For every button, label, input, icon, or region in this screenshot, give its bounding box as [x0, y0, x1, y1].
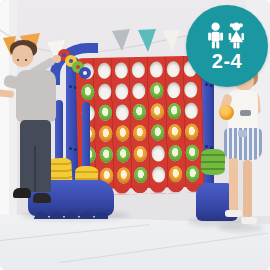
cell-r6c7: [184, 163, 202, 184]
boy-icon: [208, 22, 223, 48]
empty-hole: [116, 104, 129, 120]
cell-r1c5: [147, 59, 165, 80]
green-ring: [168, 145, 181, 161]
boy-jeans: [20, 120, 51, 192]
orange-ring: [116, 125, 129, 141]
green-ring: [151, 124, 164, 140]
cell-r5c2: [98, 144, 116, 165]
green-ring: [117, 146, 130, 162]
green-ring: [186, 165, 199, 181]
green-ring: [167, 103, 180, 119]
orange-ring: [134, 146, 147, 162]
cell-r5c4: [132, 143, 150, 164]
girl-top-bow: [240, 110, 251, 116]
girl-orange-ring: [219, 105, 234, 120]
cell-r3c7: [182, 100, 200, 121]
cell-r3c5: [148, 101, 166, 122]
players-badge: 2-4: [186, 5, 268, 87]
empty-hole: [152, 166, 165, 182]
cell-r4c5: [149, 122, 167, 143]
green-ring: [134, 166, 147, 182]
boy-shoe: [33, 193, 51, 203]
cell-r3c3: [114, 102, 132, 123]
boy-eye: [25, 59, 27, 61]
green-ring: [133, 104, 146, 120]
orange-ring: [134, 125, 147, 141]
green-ring: [99, 105, 112, 121]
boy-pointing-arm: [0, 89, 14, 98]
boy-head: [12, 45, 33, 67]
green-ring: [185, 144, 198, 160]
blue-ring: [79, 67, 91, 79]
cell-r1c6: [164, 59, 182, 80]
cell-r4c6: [166, 122, 184, 143]
empty-hole: [149, 62, 162, 78]
green-ring: [150, 83, 163, 99]
cell-r3c4: [131, 101, 149, 122]
cell-r6c5: [150, 164, 168, 185]
girl-leg: [229, 158, 238, 212]
cell-r3c6: [165, 101, 183, 122]
cell-r4c4: [131, 122, 149, 143]
empty-hole: [166, 61, 179, 77]
cell-r5c3: [115, 144, 133, 165]
girl-sandal: [225, 210, 242, 217]
girl-sandal: [241, 217, 257, 224]
cell-r3c2: [97, 102, 115, 123]
cell-r5c6: [166, 142, 184, 163]
cell-r2c3: [113, 81, 131, 102]
empty-hole: [115, 63, 128, 79]
girl-icon: [229, 22, 244, 48]
orange-ring: [99, 126, 112, 142]
orange-ring: [185, 124, 198, 140]
green-ring: [100, 146, 113, 162]
boy-shoe: [13, 188, 31, 198]
cell-r2c7: [182, 79, 200, 100]
cell-r2c5: [148, 80, 166, 101]
cell-r5c7: [183, 142, 201, 163]
boy-player: [0, 40, 72, 208]
cell-r4c2: [97, 123, 115, 144]
cell-r2c4: [130, 81, 148, 102]
badge-player-count: 2-4: [212, 51, 242, 71]
post-screw-dots: [205, 83, 208, 86]
cell-r6c3: [115, 164, 133, 185]
cell-r4c7: [183, 121, 201, 142]
empty-hole: [184, 82, 197, 98]
cell-r6c6: [167, 163, 185, 184]
empty-hole: [184, 103, 197, 119]
cell-r5c5: [149, 143, 167, 164]
cell-r4c3: [114, 123, 132, 144]
cell-r1c3: [113, 60, 131, 81]
cell-r1c4: [130, 60, 148, 81]
players-icons: [204, 22, 250, 49]
orange-ring: [117, 167, 130, 183]
girl-leg: [243, 160, 252, 218]
empty-hole: [132, 62, 145, 78]
product-photo: 2-4: [0, 0, 270, 270]
boy-eye: [17, 59, 19, 61]
cell-r6c4: [132, 164, 150, 185]
girl-shorts-tie: [238, 130, 247, 137]
boy-shirt: [16, 70, 56, 122]
cell-r2c6: [165, 80, 183, 101]
empty-hole: [167, 82, 180, 98]
empty-hole: [133, 83, 146, 99]
boy-hand: [53, 55, 61, 63]
empty-hole: [151, 145, 164, 161]
orange-ring: [168, 124, 181, 140]
orange-ring: [169, 166, 182, 182]
orange-ring: [150, 104, 163, 120]
empty-hole: [115, 83, 128, 99]
